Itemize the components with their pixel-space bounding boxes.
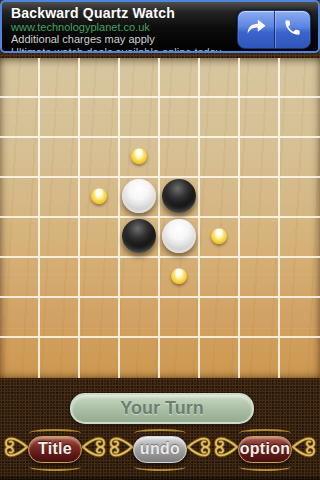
cell-h2[interactable] bbox=[280, 98, 320, 138]
cell-f1[interactable] bbox=[200, 58, 240, 98]
gold-flourish-icon bbox=[108, 430, 133, 468]
cell-c5[interactable] bbox=[80, 218, 120, 258]
cell-h6[interactable] bbox=[280, 258, 320, 298]
cell-d6[interactable] bbox=[120, 258, 160, 298]
ad-action-buttons bbox=[237, 10, 311, 49]
cell-a2[interactable] bbox=[0, 98, 40, 138]
ad-fine-print-clipped: Ultimate watch deals available online to… bbox=[11, 46, 221, 53]
ad-url: www.technologyplanet.co.uk bbox=[11, 21, 150, 33]
cell-e4[interactable] bbox=[160, 178, 200, 218]
cell-c1[interactable] bbox=[80, 58, 120, 98]
bottom-edge-shadow bbox=[0, 475, 320, 480]
cell-c2[interactable] bbox=[80, 98, 120, 138]
cell-b3[interactable] bbox=[40, 138, 80, 178]
title-button[interactable]: Title bbox=[28, 436, 82, 463]
cell-c8[interactable] bbox=[80, 338, 120, 378]
cell-a1[interactable] bbox=[0, 58, 40, 98]
cell-d1[interactable] bbox=[120, 58, 160, 98]
cell-a4[interactable] bbox=[0, 178, 40, 218]
cell-f8[interactable] bbox=[200, 338, 240, 378]
cell-f6[interactable] bbox=[200, 258, 240, 298]
cell-f3[interactable] bbox=[200, 138, 240, 178]
ad-banner[interactable]: Backward Quartz Watch www.technologyplan… bbox=[0, 0, 320, 53]
cell-f4[interactable] bbox=[200, 178, 240, 218]
cell-h3[interactable] bbox=[280, 138, 320, 178]
cell-e5[interactable] bbox=[160, 218, 200, 258]
ad-disclaimer: Additional charges may apply bbox=[11, 33, 155, 45]
status-banner: Your Turn bbox=[70, 393, 254, 424]
gold-flourish-icon bbox=[3, 430, 28, 468]
cell-e8[interactable] bbox=[160, 338, 200, 378]
option-button[interactable]: option bbox=[238, 436, 292, 463]
title-button-frame: Title bbox=[3, 428, 107, 470]
cell-d5[interactable] bbox=[120, 218, 160, 258]
cell-h7[interactable] bbox=[280, 298, 320, 338]
cell-e2[interactable] bbox=[160, 98, 200, 138]
cell-c4[interactable] bbox=[80, 178, 120, 218]
board bbox=[0, 58, 320, 378]
cell-h5[interactable] bbox=[280, 218, 320, 258]
cell-b2[interactable] bbox=[40, 98, 80, 138]
gold-flourish-icon bbox=[187, 430, 212, 468]
cell-g7[interactable] bbox=[240, 298, 280, 338]
cell-d8[interactable] bbox=[120, 338, 160, 378]
cell-a6[interactable] bbox=[0, 258, 40, 298]
cell-h8[interactable] bbox=[280, 338, 320, 378]
app-screen: Backward Quartz Watch www.technologyplan… bbox=[0, 0, 320, 480]
move-hint[interactable] bbox=[171, 268, 187, 284]
cell-c3[interactable] bbox=[80, 138, 120, 178]
cell-g2[interactable] bbox=[240, 98, 280, 138]
gold-flourish-icon bbox=[213, 430, 238, 468]
call-button[interactable] bbox=[274, 11, 311, 48]
cell-f7[interactable] bbox=[200, 298, 240, 338]
cell-e7[interactable] bbox=[160, 298, 200, 338]
cell-e6[interactable] bbox=[160, 258, 200, 298]
cell-g1[interactable] bbox=[240, 58, 280, 98]
move-hint[interactable] bbox=[91, 188, 107, 204]
move-hint[interactable] bbox=[211, 228, 227, 244]
black-disc bbox=[162, 179, 196, 213]
cell-g4[interactable] bbox=[240, 178, 280, 218]
cell-e1[interactable] bbox=[160, 58, 200, 98]
cell-f2[interactable] bbox=[200, 98, 240, 138]
black-disc bbox=[122, 219, 156, 253]
cell-b5[interactable] bbox=[40, 218, 80, 258]
cell-f5[interactable] bbox=[200, 218, 240, 258]
undo-button[interactable]: undo bbox=[133, 436, 187, 463]
gold-flourish-icon bbox=[82, 430, 107, 468]
gold-flourish-icon bbox=[292, 430, 317, 468]
white-disc bbox=[122, 179, 156, 213]
cell-d7[interactable] bbox=[120, 298, 160, 338]
cell-g6[interactable] bbox=[240, 258, 280, 298]
cell-d2[interactable] bbox=[120, 98, 160, 138]
ad-title: Backward Quartz Watch bbox=[11, 5, 175, 21]
undo-button-frame: undo bbox=[108, 428, 212, 470]
cell-h1[interactable] bbox=[280, 58, 320, 98]
phone-icon bbox=[283, 18, 302, 41]
cell-c6[interactable] bbox=[80, 258, 120, 298]
cell-b7[interactable] bbox=[40, 298, 80, 338]
cell-e3[interactable] bbox=[160, 138, 200, 178]
cell-a8[interactable] bbox=[0, 338, 40, 378]
cell-g3[interactable] bbox=[240, 138, 280, 178]
cell-d4[interactable] bbox=[120, 178, 160, 218]
cell-a5[interactable] bbox=[0, 218, 40, 258]
cell-g8[interactable] bbox=[240, 338, 280, 378]
move-hint[interactable] bbox=[131, 148, 147, 164]
cell-b1[interactable] bbox=[40, 58, 80, 98]
cell-b6[interactable] bbox=[40, 258, 80, 298]
option-button-frame: option bbox=[213, 428, 317, 470]
share-button[interactable] bbox=[238, 11, 274, 48]
cell-c7[interactable] bbox=[80, 298, 120, 338]
controls-bar: Title bbox=[0, 428, 320, 472]
cell-b4[interactable] bbox=[40, 178, 80, 218]
cell-a7[interactable] bbox=[0, 298, 40, 338]
cell-d3[interactable] bbox=[120, 138, 160, 178]
cell-g5[interactable] bbox=[240, 218, 280, 258]
cell-b8[interactable] bbox=[40, 338, 80, 378]
cell-a3[interactable] bbox=[0, 138, 40, 178]
cell-h4[interactable] bbox=[280, 178, 320, 218]
share-arrow-icon bbox=[245, 18, 267, 41]
white-disc bbox=[162, 219, 196, 253]
